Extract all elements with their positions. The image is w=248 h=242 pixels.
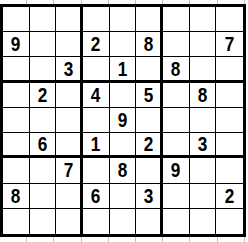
cell-r7c3[interactable]: 7	[56, 158, 83, 183]
cell-r5c7[interactable]	[163, 108, 190, 133]
cell-digit: 6	[38, 134, 48, 154]
cell-r6c1[interactable]	[3, 133, 30, 158]
cell-r9c8[interactable]	[190, 209, 217, 234]
cell-r7c5[interactable]: 8	[110, 158, 137, 183]
cell-r6c6[interactable]: 2	[136, 133, 163, 158]
cell-r8c9[interactable]: 2	[216, 184, 243, 209]
cell-digit: 6	[91, 186, 101, 206]
cell-r3c5[interactable]: 1	[110, 57, 137, 82]
cell-r4c9[interactable]	[216, 83, 243, 108]
cell-r2c5[interactable]	[110, 32, 137, 57]
cell-r9c9[interactable]	[216, 209, 243, 234]
cell-digit: 9	[171, 160, 181, 180]
cell-r5c5[interactable]: 9	[110, 108, 137, 133]
cell-r9c6[interactable]	[136, 209, 163, 234]
cell-r2c1[interactable]: 9	[3, 32, 30, 57]
cell-r3c7[interactable]: 8	[163, 57, 190, 82]
cell-r4c2[interactable]: 2	[30, 83, 57, 108]
cell-digit: 3	[63, 59, 73, 79]
cell-r4c3[interactable]	[56, 83, 83, 108]
cell-r5c9[interactable]	[216, 108, 243, 133]
cell-r9c4[interactable]	[83, 209, 110, 234]
cell-digit: 5	[143, 85, 153, 105]
cell-r1c9[interactable]	[216, 7, 243, 32]
cell-r4c8[interactable]: 8	[190, 83, 217, 108]
cell-r8c1[interactable]: 8	[3, 184, 30, 209]
cell-r4c5[interactable]	[110, 83, 137, 108]
cell-r1c7[interactable]	[163, 7, 190, 32]
cell-r8c8[interactable]	[190, 184, 217, 209]
cell-digit: 2	[91, 34, 101, 54]
bottom-gridline-strip	[0, 237, 246, 242]
cell-r4c6[interactable]: 5	[136, 83, 163, 108]
cell-r6c8[interactable]: 3	[190, 133, 217, 158]
cell-r8c3[interactable]	[56, 184, 83, 209]
cell-r3c8[interactable]	[190, 57, 217, 82]
cell-r7c7[interactable]: 9	[163, 158, 190, 183]
cell-digit: 2	[225, 186, 235, 206]
cell-r8c6[interactable]: 3	[136, 184, 163, 209]
cell-r5c8[interactable]	[190, 108, 217, 133]
cell-r9c5[interactable]	[110, 209, 137, 234]
cell-r6c5[interactable]	[110, 133, 137, 158]
cell-r3c1[interactable]	[3, 57, 30, 82]
cell-r8c5[interactable]	[110, 184, 137, 209]
cell-digit: 8	[143, 34, 153, 54]
cell-r9c3[interactable]	[56, 209, 83, 234]
cell-r8c7[interactable]	[163, 184, 190, 209]
cell-r4c1[interactable]	[3, 83, 30, 108]
cell-r6c4[interactable]: 1	[83, 133, 110, 158]
cell-r2c7[interactable]	[163, 32, 190, 57]
cell-r9c2[interactable]	[30, 209, 57, 234]
cell-r3c3[interactable]: 3	[56, 57, 83, 82]
cell-r5c1[interactable]	[3, 108, 30, 133]
cell-r3c9[interactable]	[216, 57, 243, 82]
sudoku-page: 92873182458961237898632	[0, 0, 248, 242]
cell-r5c3[interactable]	[56, 108, 83, 133]
cell-r2c8[interactable]	[190, 32, 217, 57]
cell-r1c2[interactable]	[30, 7, 57, 32]
cell-digit: 8	[118, 160, 128, 180]
cell-digit: 9	[118, 110, 128, 130]
cell-r6c9[interactable]	[216, 133, 243, 158]
cell-r7c4[interactable]	[83, 158, 110, 183]
cell-r3c2[interactable]	[30, 57, 57, 82]
cell-r1c4[interactable]	[83, 7, 110, 32]
cell-r8c2[interactable]	[30, 184, 57, 209]
cell-digit: 3	[198, 134, 208, 154]
cell-r2c4[interactable]: 2	[83, 32, 110, 57]
cell-r3c6[interactable]	[136, 57, 163, 82]
cell-r6c2[interactable]: 6	[30, 133, 57, 158]
cell-r1c8[interactable]	[190, 7, 217, 32]
cell-r4c7[interactable]	[163, 83, 190, 108]
sudoku-board: 92873182458961237898632	[0, 4, 246, 237]
cell-r2c2[interactable]	[30, 32, 57, 57]
cell-digit: 9	[11, 34, 21, 54]
cell-r2c3[interactable]	[56, 32, 83, 57]
cell-digit: 2	[143, 134, 153, 154]
cell-r7c6[interactable]	[136, 158, 163, 183]
cell-r6c7[interactable]	[163, 133, 190, 158]
cell-digit: 8	[11, 186, 21, 206]
cell-r5c2[interactable]	[30, 108, 57, 133]
cell-r4c4[interactable]: 4	[83, 83, 110, 108]
cell-digit: 8	[198, 85, 208, 105]
cell-digit: 7	[63, 160, 73, 180]
cell-r1c5[interactable]	[110, 7, 137, 32]
cell-r1c6[interactable]	[136, 7, 163, 32]
cell-r6c3[interactable]	[56, 133, 83, 158]
cell-r5c6[interactable]	[136, 108, 163, 133]
cell-r1c3[interactable]	[56, 7, 83, 32]
cell-digit: 1	[118, 59, 128, 79]
cell-r3c4[interactable]	[83, 57, 110, 82]
cell-digit: 2	[38, 85, 48, 105]
cell-digit: 8	[171, 59, 181, 79]
cell-r7c2[interactable]	[30, 158, 57, 183]
cell-r8c4[interactable]: 6	[83, 184, 110, 209]
cell-digit: 4	[91, 85, 101, 105]
cell-r2c6[interactable]: 8	[136, 32, 163, 57]
cell-r9c7[interactable]	[163, 209, 190, 234]
cell-digit: 3	[143, 186, 153, 206]
cell-digit: 1	[91, 134, 101, 154]
cell-r7c1[interactable]	[3, 158, 30, 183]
cell-r5c4[interactable]	[83, 108, 110, 133]
cell-r7c8[interactable]	[190, 158, 217, 183]
cell-r7c9[interactable]	[216, 158, 243, 183]
cell-r1c1[interactable]	[3, 7, 30, 32]
cell-digit: 7	[225, 34, 235, 54]
cell-r9c1[interactable]	[3, 209, 30, 234]
cell-r2c9[interactable]: 7	[216, 32, 243, 57]
